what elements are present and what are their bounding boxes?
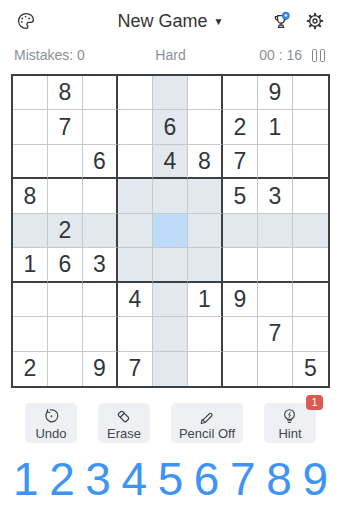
- sudoku-cell-r6c1[interactable]: 1: [13, 248, 48, 282]
- sudoku-cell-r2c3[interactable]: [83, 110, 118, 144]
- sudoku-cell-r4c5[interactable]: [153, 179, 188, 213]
- sudoku-cell-r4c3[interactable]: [83, 179, 118, 213]
- sudoku-cell-r5c9[interactable]: [293, 214, 328, 248]
- sudoku-cell-r2c5[interactable]: 6: [153, 110, 188, 144]
- sudoku-cell-r7c3[interactable]: [83, 283, 118, 317]
- sudoku-cell-r9c8[interactable]: [258, 352, 293, 386]
- sudoku-cell-r6c6[interactable]: [188, 248, 223, 282]
- sudoku-cell-r3c1[interactable]: [13, 145, 48, 179]
- sudoku-cell-r6c3[interactable]: 3: [83, 248, 118, 282]
- sudoku-cell-r2c8[interactable]: 1: [258, 110, 293, 144]
- pause-icon: [320, 49, 325, 62]
- sudoku-cell-r5c6[interactable]: [188, 214, 223, 248]
- sudoku-cell-r4c7[interactable]: 5: [223, 179, 258, 213]
- sudoku-cell-r9c6[interactable]: [188, 352, 223, 386]
- timer: 00 : 16: [259, 47, 302, 63]
- sudoku-cell-r8c4[interactable]: [118, 317, 153, 351]
- sudoku-cell-r8c8[interactable]: 7: [258, 317, 293, 351]
- sudoku-cell-r3c7[interactable]: 7: [223, 145, 258, 179]
- sudoku-cell-r4c4[interactable]: [118, 179, 153, 213]
- numpad-9[interactable]: 9: [302, 455, 328, 503]
- bulb-icon: [280, 407, 299, 426]
- sudoku-cell-r3c6[interactable]: 8: [188, 145, 223, 179]
- sudoku-cell-r9c5[interactable]: [153, 352, 188, 386]
- toolbar: Undo Erase Pencil Off H: [0, 403, 341, 443]
- sudoku-board: 8976216487853216341972975: [11, 74, 330, 388]
- sudoku-cell-r6c9[interactable]: [293, 248, 328, 282]
- palette-icon: [16, 11, 36, 31]
- settings-gear-icon: [305, 11, 325, 31]
- erase-label: Erase: [107, 427, 141, 440]
- sudoku-cell-r1c2[interactable]: 8: [48, 76, 83, 110]
- undo-icon: [42, 407, 61, 426]
- chevron-down-icon: ▼: [214, 16, 224, 27]
- sudoku-cell-r4c1[interactable]: 8: [13, 179, 48, 213]
- sudoku-cell-r8c6[interactable]: [188, 317, 223, 351]
- sudoku-cell-r1c9[interactable]: [293, 76, 328, 110]
- sudoku-cell-r7c6[interactable]: 1: [188, 283, 223, 317]
- sudoku-cell-r3c8[interactable]: [258, 145, 293, 179]
- numpad-7[interactable]: 7: [230, 455, 256, 503]
- numpad-5[interactable]: 5: [158, 455, 184, 503]
- sudoku-cell-r9c3[interactable]: 9: [83, 352, 118, 386]
- sudoku-cell-r3c5[interactable]: 4: [153, 145, 188, 179]
- new-game-dropdown[interactable]: New Game ▼: [118, 11, 224, 32]
- sudoku-cell-r2c7[interactable]: 2: [223, 110, 258, 144]
- sudoku-cell-r9c9[interactable]: 5: [293, 352, 328, 386]
- sudoku-cell-r7c9[interactable]: [293, 283, 328, 317]
- sudoku-cell-r1c7[interactable]: [223, 76, 258, 110]
- sudoku-cell-r3c4[interactable]: [118, 145, 153, 179]
- sudoku-cell-r5c2[interactable]: 2: [48, 214, 83, 248]
- sudoku-cell-r9c1[interactable]: 2: [13, 352, 48, 386]
- sudoku-cell-r3c9[interactable]: [293, 145, 328, 179]
- hint-button[interactable]: Hint 1: [264, 403, 316, 443]
- sudoku-cell-r6c4[interactable]: [118, 248, 153, 282]
- numpad-8[interactable]: 8: [266, 455, 292, 503]
- sudoku-cell-r7c7[interactable]: 9: [223, 283, 258, 317]
- difficulty-label: Hard: [155, 47, 185, 63]
- sudoku-cell-r8c9[interactable]: [293, 317, 328, 351]
- sudoku-cell-r8c1[interactable]: [13, 317, 48, 351]
- pause-button[interactable]: [310, 47, 327, 64]
- svg-text:★: ★: [284, 12, 289, 18]
- sudoku-cell-r5c5[interactable]: [153, 214, 188, 248]
- sudoku-cell-r7c1[interactable]: [13, 283, 48, 317]
- sudoku-cell-r2c9[interactable]: [293, 110, 328, 144]
- sudoku-cell-r3c2[interactable]: [48, 145, 83, 179]
- sudoku-cell-r4c6[interactable]: [188, 179, 223, 213]
- trophy-button[interactable]: ★: [271, 11, 291, 31]
- sudoku-cell-r1c4[interactable]: [118, 76, 153, 110]
- sudoku-cell-r8c2[interactable]: [48, 317, 83, 351]
- erase-button[interactable]: Erase: [98, 403, 150, 443]
- undo-button[interactable]: Undo: [25, 403, 77, 443]
- sudoku-cell-r2c6[interactable]: [188, 110, 223, 144]
- number-pad: 123456789: [0, 455, 341, 503]
- pencil-label: Pencil Off: [179, 427, 235, 440]
- mistakes-counter: Mistakes: 0: [14, 47, 85, 63]
- sudoku-cell-r1c3[interactable]: [83, 76, 118, 110]
- pencil-icon: [197, 407, 216, 426]
- sudoku-cell-r1c6[interactable]: [188, 76, 223, 110]
- sudoku-cell-r5c1[interactable]: [13, 214, 48, 248]
- theme-palette-button[interactable]: [16, 11, 36, 31]
- numpad-2[interactable]: 2: [49, 455, 75, 503]
- sudoku-cell-r9c7[interactable]: [223, 352, 258, 386]
- sudoku-cell-r3c3[interactable]: 6: [83, 145, 118, 179]
- sudoku-cell-r6c7[interactable]: [223, 248, 258, 282]
- sudoku-cell-r9c2[interactable]: [48, 352, 83, 386]
- sudoku-cell-r4c2[interactable]: [48, 179, 83, 213]
- sudoku-cell-r6c8[interactable]: [258, 248, 293, 282]
- numpad-1[interactable]: 1: [13, 455, 39, 503]
- page-title: New Game: [118, 11, 208, 32]
- sudoku-cell-r7c2[interactable]: [48, 283, 83, 317]
- sudoku-cell-r7c5[interactable]: [153, 283, 188, 317]
- pencil-toggle-button[interactable]: Pencil Off: [171, 403, 243, 443]
- sudoku-cell-r5c3[interactable]: [83, 214, 118, 248]
- sudoku-cell-r6c5[interactable]: [153, 248, 188, 282]
- sudoku-cell-r1c5[interactable]: [153, 76, 188, 110]
- sudoku-cell-r8c7[interactable]: [223, 317, 258, 351]
- sudoku-cell-r9c4[interactable]: 7: [118, 352, 153, 386]
- hint-label: Hint: [278, 427, 301, 440]
- top-bar: New Game ▼ ★: [0, 0, 341, 42]
- settings-button[interactable]: [305, 11, 325, 31]
- numpad-3[interactable]: 3: [85, 455, 111, 503]
- trophy-icon: ★: [271, 11, 291, 31]
- sudoku-cell-r4c9[interactable]: [293, 179, 328, 213]
- sudoku-cell-r4c8[interactable]: 3: [258, 179, 293, 213]
- sudoku-cell-r2c4[interactable]: [118, 110, 153, 144]
- numpad-6[interactable]: 6: [194, 455, 220, 503]
- sudoku-cell-r5c7[interactable]: [223, 214, 258, 248]
- pause-icon: [312, 49, 317, 62]
- sudoku-cell-r2c1[interactable]: [13, 110, 48, 144]
- eraser-icon: [114, 407, 133, 426]
- hint-badge: 1: [306, 395, 323, 410]
- sudoku-cell-r1c8[interactable]: 9: [258, 76, 293, 110]
- sudoku-cell-r2c2[interactable]: 7: [48, 110, 83, 144]
- sudoku-cell-r8c5[interactable]: [153, 317, 188, 351]
- status-bar: Mistakes: 0 Hard 00 : 16: [0, 42, 341, 68]
- sudoku-cell-r1c1[interactable]: [13, 76, 48, 110]
- numpad-4[interactable]: 4: [122, 455, 148, 503]
- sudoku-cell-r8c3[interactable]: [83, 317, 118, 351]
- sudoku-cell-r7c8[interactable]: [258, 283, 293, 317]
- sudoku-cell-r5c8[interactable]: [258, 214, 293, 248]
- undo-label: Undo: [35, 427, 66, 440]
- sudoku-cell-r7c4[interactable]: 4: [118, 283, 153, 317]
- sudoku-cell-r5c4[interactable]: [118, 214, 153, 248]
- sudoku-cell-r6c2[interactable]: 6: [48, 248, 83, 282]
